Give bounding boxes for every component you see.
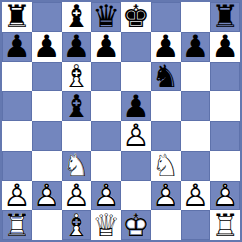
piece-fill-layer: ♝ <box>62 62 92 92</box>
square-b7[interactable]: ♟ <box>32 32 62 62</box>
white-pawn-icon: ♟♙ <box>181 181 211 211</box>
square-g8[interactable] <box>181 2 211 32</box>
square-g7[interactable]: ♟ <box>181 32 211 62</box>
piece-fill-layer: ♛ <box>91 210 121 240</box>
white-rook-icon: ♜♖ <box>210 210 240 240</box>
square-h4[interactable] <box>210 121 240 151</box>
white-queen-icon: ♛♕ <box>91 210 121 240</box>
piece-outline-layer: ♔ <box>121 210 151 240</box>
piece-glyph-layer: ♜ <box>210 2 240 32</box>
piece-glyph-layer: ♟ <box>2 32 32 62</box>
black-pawn-icon: ♟ <box>181 32 211 62</box>
chess-board: ♜♝♛♚♜♟♟♟♟♟♟♟♝♗♞♝♟♟♙♞♘♞♘♟♙♟♙♟♙♟♙♟♙♟♙♟♙♜♖♝… <box>0 0 242 242</box>
square-h5[interactable] <box>210 91 240 121</box>
square-c8[interactable]: ♝ <box>62 2 92 32</box>
square-a5[interactable] <box>2 91 32 121</box>
black-pawn-icon: ♟ <box>210 32 240 62</box>
piece-glyph-layer: ♟ <box>210 32 240 62</box>
square-b1[interactable] <box>32 210 62 240</box>
piece-glyph-layer: ♝ <box>62 2 92 32</box>
square-h7[interactable]: ♟ <box>210 32 240 62</box>
square-h1[interactable]: ♜♖ <box>210 210 240 240</box>
black-knight-icon: ♞ <box>151 62 181 92</box>
piece-glyph-layer: ♚ <box>121 2 151 32</box>
square-h2[interactable]: ♟♙ <box>210 181 240 211</box>
square-f8[interactable] <box>151 2 181 32</box>
square-f6[interactable]: ♞ <box>151 62 181 92</box>
square-h8[interactable]: ♜ <box>210 2 240 32</box>
black-pawn-icon: ♟ <box>121 91 151 121</box>
square-f3[interactable]: ♞♘ <box>151 151 181 181</box>
square-e2[interactable] <box>121 181 151 211</box>
piece-outline-layer: ♙ <box>181 181 211 211</box>
square-d2[interactable]: ♟♙ <box>91 181 121 211</box>
piece-fill-layer: ♟ <box>2 181 32 211</box>
piece-glyph-layer: ♟ <box>121 91 151 121</box>
white-pawn-icon: ♟♙ <box>151 181 181 211</box>
square-e8[interactable]: ♚ <box>121 2 151 32</box>
piece-outline-layer: ♗ <box>62 210 92 240</box>
square-b8[interactable] <box>32 2 62 32</box>
piece-fill-layer: ♟ <box>181 181 211 211</box>
piece-fill-layer: ♞ <box>151 151 181 181</box>
square-f4[interactable] <box>151 121 181 151</box>
piece-fill-layer: ♟ <box>91 181 121 211</box>
white-knight-icon: ♞♘ <box>151 151 181 181</box>
piece-outline-layer: ♖ <box>210 210 240 240</box>
square-f5[interactable] <box>151 91 181 121</box>
black-pawn-icon: ♟ <box>151 32 181 62</box>
black-bishop-icon: ♝ <box>62 91 92 121</box>
white-pawn-icon: ♟♙ <box>2 181 32 211</box>
piece-glyph-layer: ♞ <box>151 62 181 92</box>
piece-fill-layer: ♟ <box>210 181 240 211</box>
piece-fill-layer: ♟ <box>32 181 62 211</box>
square-a1[interactable]: ♜♖ <box>2 210 32 240</box>
piece-outline-layer: ♙ <box>210 181 240 211</box>
white-pawn-icon: ♟♙ <box>32 181 62 211</box>
square-a2[interactable]: ♟♙ <box>2 181 32 211</box>
square-f7[interactable]: ♟ <box>151 32 181 62</box>
square-a8[interactable]: ♜ <box>2 2 32 32</box>
square-d6[interactable] <box>91 62 121 92</box>
piece-glyph-layer: ♝ <box>62 91 92 121</box>
black-bishop-icon: ♝ <box>62 2 92 32</box>
black-king-icon: ♚ <box>121 2 151 32</box>
piece-glyph-layer: ♟ <box>62 32 92 62</box>
square-c2[interactable]: ♟♙ <box>62 181 92 211</box>
square-a4[interactable] <box>2 121 32 151</box>
square-b6[interactable] <box>32 62 62 92</box>
piece-fill-layer: ♜ <box>2 210 32 240</box>
piece-outline-layer: ♙ <box>62 181 92 211</box>
piece-fill-layer: ♝ <box>62 210 92 240</box>
square-e4[interactable]: ♟♙ <box>121 121 151 151</box>
piece-fill-layer: ♚ <box>121 210 151 240</box>
piece-outline-layer: ♘ <box>62 151 92 181</box>
square-e6[interactable] <box>121 62 151 92</box>
piece-glyph-layer: ♟ <box>151 32 181 62</box>
square-h3[interactable] <box>210 151 240 181</box>
piece-outline-layer: ♙ <box>151 181 181 211</box>
piece-glyph-layer: ♛ <box>91 2 121 32</box>
piece-outline-layer: ♙ <box>121 121 151 151</box>
square-e3[interactable] <box>121 151 151 181</box>
square-a3[interactable] <box>2 151 32 181</box>
piece-outline-layer: ♖ <box>2 210 32 240</box>
square-g3[interactable] <box>181 151 211 181</box>
square-b3[interactable] <box>32 151 62 181</box>
piece-glyph-layer: ♜ <box>2 2 32 32</box>
square-h6[interactable] <box>210 62 240 92</box>
black-pawn-icon: ♟ <box>32 32 62 62</box>
black-pawn-icon: ♟ <box>91 32 121 62</box>
piece-outline-layer: ♗ <box>62 62 92 92</box>
black-queen-icon: ♛ <box>91 2 121 32</box>
square-d7[interactable]: ♟ <box>91 32 121 62</box>
piece-glyph-layer: ♟ <box>181 32 211 62</box>
piece-fill-layer: ♟ <box>121 121 151 151</box>
square-b4[interactable] <box>32 121 62 151</box>
black-pawn-icon: ♟ <box>2 32 32 62</box>
black-pawn-icon: ♟ <box>62 32 92 62</box>
white-pawn-icon: ♟♙ <box>91 181 121 211</box>
piece-outline-layer: ♙ <box>91 181 121 211</box>
white-knight-icon: ♞♘ <box>62 151 92 181</box>
black-rook-icon: ♜ <box>210 2 240 32</box>
square-d8[interactable]: ♛ <box>91 2 121 32</box>
square-b5[interactable] <box>32 91 62 121</box>
piece-fill-layer: ♟ <box>151 181 181 211</box>
square-d1[interactable]: ♛♕ <box>91 210 121 240</box>
square-g5[interactable] <box>181 91 211 121</box>
white-bishop-icon: ♝♗ <box>62 62 92 92</box>
square-d3[interactable] <box>91 151 121 181</box>
square-e1[interactable]: ♚♔ <box>121 210 151 240</box>
white-pawn-icon: ♟♙ <box>62 181 92 211</box>
white-pawn-icon: ♟♙ <box>210 181 240 211</box>
white-king-icon: ♚♔ <box>121 210 151 240</box>
square-c1[interactable]: ♝♗ <box>62 210 92 240</box>
piece-glyph-layer: ♟ <box>32 32 62 62</box>
square-a6[interactable] <box>2 62 32 92</box>
piece-outline-layer: ♙ <box>2 181 32 211</box>
square-a7[interactable]: ♟ <box>2 32 32 62</box>
piece-outline-layer: ♕ <box>91 210 121 240</box>
piece-fill-layer: ♟ <box>62 181 92 211</box>
white-rook-icon: ♜♖ <box>2 210 32 240</box>
square-g4[interactable] <box>181 121 211 151</box>
piece-fill-layer: ♞ <box>62 151 92 181</box>
square-c7[interactable]: ♟ <box>62 32 92 62</box>
square-g6[interactable] <box>181 62 211 92</box>
square-c3[interactable]: ♞♘ <box>62 151 92 181</box>
white-pawn-icon: ♟♙ <box>121 121 151 151</box>
square-c6[interactable]: ♝♗ <box>62 62 92 92</box>
square-e7[interactable] <box>121 32 151 62</box>
piece-outline-layer: ♘ <box>151 151 181 181</box>
square-d4[interactable] <box>91 121 121 151</box>
piece-glyph-layer: ♟ <box>91 32 121 62</box>
black-rook-icon: ♜ <box>2 2 32 32</box>
square-b2[interactable]: ♟♙ <box>32 181 62 211</box>
square-g1[interactable] <box>181 210 211 240</box>
square-g2[interactable]: ♟♙ <box>181 181 211 211</box>
square-c4[interactable] <box>62 121 92 151</box>
square-e5[interactable]: ♟ <box>121 91 151 121</box>
square-f1[interactable] <box>151 210 181 240</box>
square-d5[interactable] <box>91 91 121 121</box>
square-f2[interactable]: ♟♙ <box>151 181 181 211</box>
white-bishop-icon: ♝♗ <box>62 210 92 240</box>
piece-outline-layer: ♙ <box>32 181 62 211</box>
piece-fill-layer: ♜ <box>210 210 240 240</box>
square-c5[interactable]: ♝ <box>62 91 92 121</box>
